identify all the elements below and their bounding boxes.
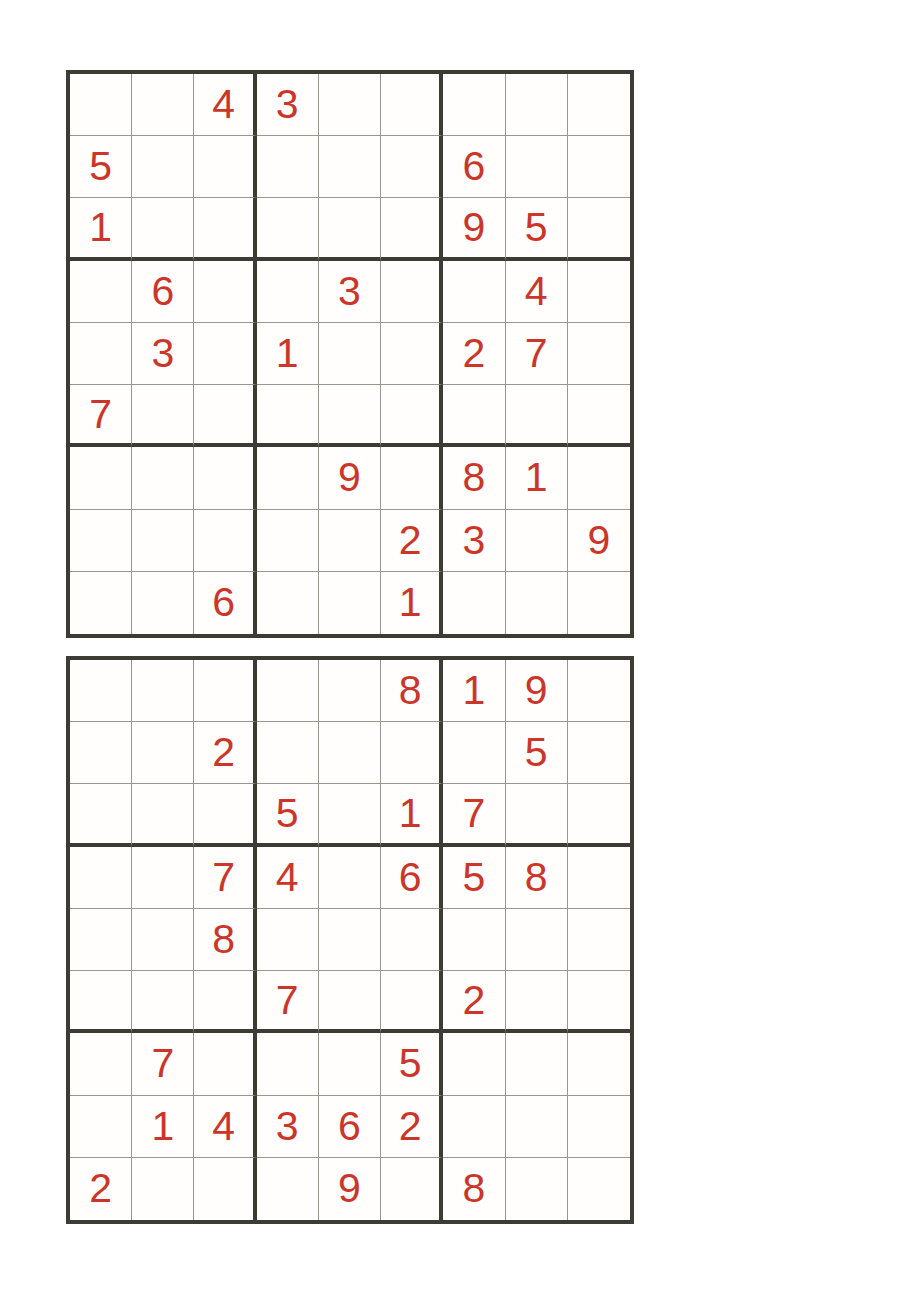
p1-cell-r5c2[interactable]: 3	[132, 323, 194, 385]
p2-cell-r9c7[interactable]: 8	[443, 1158, 505, 1220]
p1-cell-r6c3[interactable]	[194, 385, 256, 447]
p1-cell-r3c5[interactable]	[319, 198, 381, 260]
p2-cell-r8c6[interactable]: 2	[381, 1096, 443, 1158]
p1-cell-r2c3[interactable]	[194, 136, 256, 198]
p1-cell-r4c1[interactable]	[70, 261, 132, 323]
p1-cell-r7c9[interactable]	[568, 447, 630, 509]
sudoku-board-1: 43561956343127798123961	[66, 70, 634, 638]
p2-cell-r3c4[interactable]: 5	[257, 784, 319, 846]
p1-cell-r1c6[interactable]	[381, 74, 443, 136]
p1-cell-r3c9[interactable]	[568, 198, 630, 260]
p1-cell-r9c3[interactable]: 6	[194, 572, 256, 634]
p2-cell-r8c8[interactable]	[506, 1096, 568, 1158]
p1-cell-r7c7[interactable]: 8	[443, 447, 505, 509]
p1-cell-r7c8[interactable]: 1	[506, 447, 568, 509]
p1-cell-r3c7[interactable]: 9	[443, 198, 505, 260]
p2-cell-r9c3[interactable]	[194, 1158, 256, 1220]
p2-cell-r4c3[interactable]: 7	[194, 847, 256, 909]
p2-cell-r5c6[interactable]	[381, 909, 443, 971]
p1-cell-r2c9[interactable]	[568, 136, 630, 198]
p2-cell-r7c5[interactable]	[319, 1033, 381, 1095]
p2-cell-r1c7[interactable]: 1	[443, 660, 505, 722]
p2-cell-r8c2[interactable]: 1	[132, 1096, 194, 1158]
p1-cell-r6c8[interactable]	[506, 385, 568, 447]
p1-cell-r1c3[interactable]: 4	[194, 74, 256, 136]
p2-cell-r2c7[interactable]	[443, 722, 505, 784]
p2-cell-r6c9[interactable]	[568, 971, 630, 1033]
p1-cell-r5c8[interactable]: 7	[506, 323, 568, 385]
p2-cell-r7c2[interactable]: 7	[132, 1033, 194, 1095]
p2-cell-r8c9[interactable]	[568, 1096, 630, 1158]
p1-cell-r9c9[interactable]	[568, 572, 630, 634]
p1-cell-r8c8[interactable]	[506, 510, 568, 572]
p1-cell-r5c6[interactable]	[381, 323, 443, 385]
p1-cell-r6c1[interactable]: 7	[70, 385, 132, 447]
p2-cell-r5c2[interactable]	[132, 909, 194, 971]
p1-cell-r8c6[interactable]: 2	[381, 510, 443, 572]
p1-cell-r9c6[interactable]: 1	[381, 572, 443, 634]
p2-cell-r3c6[interactable]: 1	[381, 784, 443, 846]
p2-cell-r4c5[interactable]	[319, 847, 381, 909]
p2-cell-r4c1[interactable]	[70, 847, 132, 909]
p1-cell-r5c7[interactable]: 2	[443, 323, 505, 385]
p1-cell-r1c7[interactable]	[443, 74, 505, 136]
p2-cell-r4c2[interactable]	[132, 847, 194, 909]
p1-cell-r3c2[interactable]	[132, 198, 194, 260]
p1-cell-r2c7[interactable]: 6	[443, 136, 505, 198]
p2-cell-r3c8[interactable]	[506, 784, 568, 846]
p2-cell-r5c1[interactable]	[70, 909, 132, 971]
p2-cell-r6c8[interactable]	[506, 971, 568, 1033]
p2-cell-r6c2[interactable]	[132, 971, 194, 1033]
p1-cell-r1c4[interactable]: 3	[257, 74, 319, 136]
p1-cell-r7c6[interactable]	[381, 447, 443, 509]
p1-cell-r2c2[interactable]	[132, 136, 194, 198]
p2-cell-r2c8[interactable]: 5	[506, 722, 568, 784]
p1-cell-r3c1[interactable]: 1	[70, 198, 132, 260]
p1-cell-r9c4[interactable]	[257, 572, 319, 634]
p1-cell-r2c5[interactable]	[319, 136, 381, 198]
p2-cell-r2c1[interactable]	[70, 722, 132, 784]
p1-cell-r4c8[interactable]: 4	[506, 261, 568, 323]
p1-cell-r3c8[interactable]: 5	[506, 198, 568, 260]
p2-cell-r6c3[interactable]	[194, 971, 256, 1033]
p2-cell-r9c2[interactable]	[132, 1158, 194, 1220]
p1-cell-r9c5[interactable]	[319, 572, 381, 634]
p1-cell-r3c3[interactable]	[194, 198, 256, 260]
p2-cell-r5c9[interactable]	[568, 909, 630, 971]
p2-cell-r6c1[interactable]	[70, 971, 132, 1033]
p1-cell-r1c1[interactable]	[70, 74, 132, 136]
p2-cell-r4c9[interactable]	[568, 847, 630, 909]
p2-cell-r7c3[interactable]	[194, 1033, 256, 1095]
p2-cell-r9c9[interactable]	[568, 1158, 630, 1220]
p2-cell-r5c4[interactable]	[257, 909, 319, 971]
p2-cell-r2c6[interactable]	[381, 722, 443, 784]
p1-cell-r4c7[interactable]	[443, 261, 505, 323]
p1-cell-r8c5[interactable]	[319, 510, 381, 572]
p2-cell-r1c8[interactable]: 9	[506, 660, 568, 722]
p2-cell-r4c4[interactable]: 4	[257, 847, 319, 909]
p2-cell-r6c6[interactable]	[381, 971, 443, 1033]
p1-cell-r6c2[interactable]	[132, 385, 194, 447]
p1-cell-r9c2[interactable]	[132, 572, 194, 634]
p2-cell-r1c9[interactable]	[568, 660, 630, 722]
p2-cell-r1c4[interactable]	[257, 660, 319, 722]
p2-cell-r3c2[interactable]	[132, 784, 194, 846]
p1-cell-r3c4[interactable]	[257, 198, 319, 260]
p2-cell-r8c1[interactable]	[70, 1096, 132, 1158]
p1-cell-r6c9[interactable]	[568, 385, 630, 447]
p1-cell-r8c2[interactable]	[132, 510, 194, 572]
p1-cell-r5c3[interactable]	[194, 323, 256, 385]
p2-cell-r2c2[interactable]	[132, 722, 194, 784]
p1-cell-r3c6[interactable]	[381, 198, 443, 260]
p2-cell-r8c4[interactable]: 3	[257, 1096, 319, 1158]
p2-cell-r8c5[interactable]: 6	[319, 1096, 381, 1158]
p2-cell-r1c6[interactable]: 8	[381, 660, 443, 722]
p2-cell-r3c7[interactable]: 7	[443, 784, 505, 846]
p2-cell-r9c6[interactable]	[381, 1158, 443, 1220]
p1-cell-r7c3[interactable]	[194, 447, 256, 509]
p2-cell-r5c8[interactable]	[506, 909, 568, 971]
p1-cell-r7c2[interactable]	[132, 447, 194, 509]
p1-cell-r8c4[interactable]	[257, 510, 319, 572]
p2-cell-r2c9[interactable]	[568, 722, 630, 784]
p2-cell-r9c4[interactable]	[257, 1158, 319, 1220]
p2-cell-r2c4[interactable]	[257, 722, 319, 784]
p1-cell-r1c5[interactable]	[319, 74, 381, 136]
p1-cell-r2c1[interactable]: 5	[70, 136, 132, 198]
p2-cell-r3c1[interactable]	[70, 784, 132, 846]
p1-cell-r9c7[interactable]	[443, 572, 505, 634]
p1-cell-r8c1[interactable]	[70, 510, 132, 572]
sudoku-board-2: 81925517746588727514362298	[66, 656, 634, 1224]
p1-cell-r4c6[interactable]	[381, 261, 443, 323]
p2-cell-r8c7[interactable]	[443, 1096, 505, 1158]
p1-cell-r4c9[interactable]	[568, 261, 630, 323]
p1-cell-r4c5[interactable]: 3	[319, 261, 381, 323]
p2-cell-r4c7[interactable]: 5	[443, 847, 505, 909]
p2-cell-r5c5[interactable]	[319, 909, 381, 971]
p1-cell-r6c5[interactable]	[319, 385, 381, 447]
p2-cell-r6c7[interactable]: 2	[443, 971, 505, 1033]
p2-cell-r1c5[interactable]	[319, 660, 381, 722]
p2-cell-r1c2[interactable]	[132, 660, 194, 722]
p2-cell-r5c7[interactable]	[443, 909, 505, 971]
p1-cell-r9c8[interactable]	[506, 572, 568, 634]
p1-cell-r4c2[interactable]: 6	[132, 261, 194, 323]
p1-cell-r1c9[interactable]	[568, 74, 630, 136]
p2-cell-r8c3[interactable]: 4	[194, 1096, 256, 1158]
p1-cell-r5c1[interactable]	[70, 323, 132, 385]
p2-cell-r7c8[interactable]	[506, 1033, 568, 1095]
p1-cell-r2c8[interactable]	[506, 136, 568, 198]
p1-cell-r1c2[interactable]	[132, 74, 194, 136]
p2-cell-r6c4[interactable]: 7	[257, 971, 319, 1033]
p2-cell-r2c3[interactable]: 2	[194, 722, 256, 784]
p2-cell-r9c8[interactable]	[506, 1158, 568, 1220]
p1-cell-r2c4[interactable]	[257, 136, 319, 198]
p2-cell-r7c7[interactable]	[443, 1033, 505, 1095]
p2-cell-r7c6[interactable]: 5	[381, 1033, 443, 1095]
p2-cell-r4c8[interactable]: 8	[506, 847, 568, 909]
p1-cell-r5c4[interactable]: 1	[257, 323, 319, 385]
p1-cell-r1c8[interactable]	[506, 74, 568, 136]
p2-cell-r7c1[interactable]	[70, 1033, 132, 1095]
p1-cell-r8c9[interactable]: 9	[568, 510, 630, 572]
p2-cell-r5c3[interactable]: 8	[194, 909, 256, 971]
p2-cell-r4c6[interactable]: 6	[381, 847, 443, 909]
p2-cell-r1c3[interactable]	[194, 660, 256, 722]
p1-cell-r4c3[interactable]	[194, 261, 256, 323]
p2-cell-r3c9[interactable]	[568, 784, 630, 846]
p2-cell-r9c1[interactable]: 2	[70, 1158, 132, 1220]
p2-cell-r7c9[interactable]	[568, 1033, 630, 1095]
p1-cell-r6c6[interactable]	[381, 385, 443, 447]
p2-cell-r3c3[interactable]	[194, 784, 256, 846]
p1-cell-r7c5[interactable]: 9	[319, 447, 381, 509]
p1-cell-r4c4[interactable]	[257, 261, 319, 323]
p1-cell-r6c4[interactable]	[257, 385, 319, 447]
p2-cell-r6c5[interactable]	[319, 971, 381, 1033]
p1-cell-r5c9[interactable]	[568, 323, 630, 385]
p2-cell-r2c5[interactable]	[319, 722, 381, 784]
p1-cell-r6c7[interactable]	[443, 385, 505, 447]
p1-cell-r7c4[interactable]	[257, 447, 319, 509]
p1-cell-r8c7[interactable]: 3	[443, 510, 505, 572]
p2-cell-r9c5[interactable]: 9	[319, 1158, 381, 1220]
p2-cell-r3c5[interactable]	[319, 784, 381, 846]
p2-cell-r7c4[interactable]	[257, 1033, 319, 1095]
p1-cell-r2c6[interactable]	[381, 136, 443, 198]
p2-cell-r1c1[interactable]	[70, 660, 132, 722]
p1-cell-r9c1[interactable]	[70, 572, 132, 634]
p1-cell-r8c3[interactable]	[194, 510, 256, 572]
p1-cell-r5c5[interactable]	[319, 323, 381, 385]
p1-cell-r7c1[interactable]	[70, 447, 132, 509]
